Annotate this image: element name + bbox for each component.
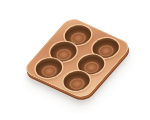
product-photo bbox=[0, 0, 150, 120]
muffin-pan bbox=[22, 16, 133, 100]
muffin-pan-top bbox=[22, 16, 133, 100]
